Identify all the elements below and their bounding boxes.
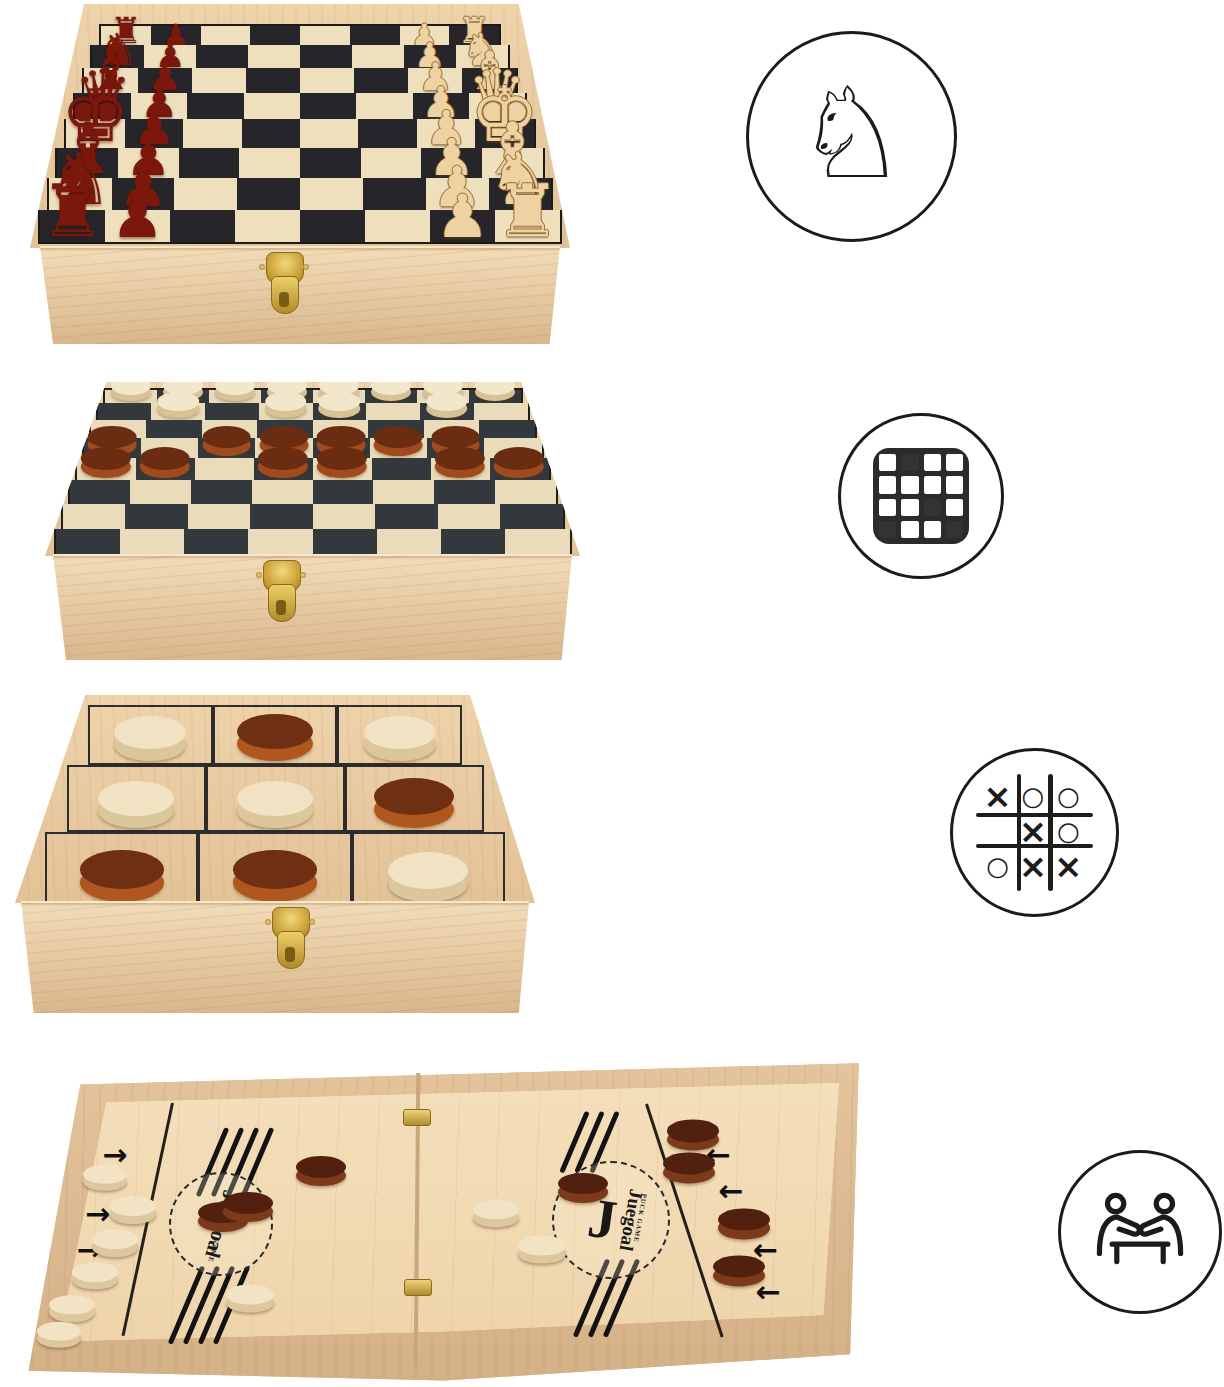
chess-square xyxy=(235,210,300,244)
chess-square xyxy=(242,119,300,147)
checkers-square xyxy=(431,458,490,480)
checkers-square xyxy=(75,458,136,480)
tictactoe-cell xyxy=(206,765,345,832)
chess-board-photo[interactable]: ♜♟♟♜♞♟♟♞♝♟♟♝♛♟♟♛♚♟♟♚♝♟♟♝♞♟♟♞♜♟♟♜ xyxy=(30,4,570,346)
white-sling-puck xyxy=(518,1235,566,1264)
chess-square xyxy=(361,148,422,178)
gold-clasp-icon xyxy=(262,252,306,316)
tictactoe-box-top xyxy=(15,695,535,903)
white-checker xyxy=(157,392,199,418)
white-puck xyxy=(237,781,313,828)
chess-square xyxy=(300,45,352,68)
chess-square xyxy=(300,119,358,147)
chess-square xyxy=(354,68,408,93)
chess-square xyxy=(300,210,365,244)
checkerboard-icon-cell xyxy=(946,499,963,516)
checkers-square xyxy=(505,529,571,556)
checkers-square xyxy=(252,480,313,504)
ttt-icon-o: ○ xyxy=(980,849,1014,883)
chess-square xyxy=(300,93,356,120)
gold-clasp-icon xyxy=(268,907,312,971)
white-checker xyxy=(426,392,468,418)
checkers-square xyxy=(103,388,157,403)
chess-square xyxy=(358,119,416,147)
white-sling-puck xyxy=(37,1321,81,1347)
white-sling-puck xyxy=(92,1229,138,1257)
checkers-square xyxy=(136,458,195,480)
chess-box-top: ♜♟♟♜♞♟♟♞♝♟♟♝♛♟♟♛♚♟♟♚♝♟♟♝♞♟♟♞♜♟♟♜ xyxy=(30,4,570,248)
tictactoe-icon: ×○○×○○×× xyxy=(950,748,1119,917)
checkerboard-icon xyxy=(838,413,1004,579)
tictactoe-cell xyxy=(337,705,462,765)
checkers-square xyxy=(474,403,530,420)
chess-square: ♟ xyxy=(430,210,495,244)
checkerboard-icon-cell xyxy=(924,499,941,516)
checkers-square xyxy=(120,529,184,556)
checkerboard-icon-cell xyxy=(924,521,941,538)
checkers-square xyxy=(500,504,565,529)
checkers-square xyxy=(54,529,120,556)
white-puck xyxy=(114,716,186,761)
ttt-icon-o: ○ xyxy=(1051,814,1085,848)
ttt-icon-o: ○ xyxy=(1051,778,1085,812)
checkers-square xyxy=(184,529,248,556)
brown-puck xyxy=(237,714,313,761)
checkerboard-icon-cell xyxy=(901,476,918,493)
checkerboard-icon-cell xyxy=(879,454,896,471)
checkers-square xyxy=(313,480,374,504)
checkers-square xyxy=(441,529,505,556)
white-checker xyxy=(371,376,411,401)
checkers-square xyxy=(191,480,252,504)
checkers-square xyxy=(495,480,558,504)
chess-piece-r: ♜ xyxy=(40,178,105,245)
checkers-square xyxy=(68,480,131,504)
checkers-square xyxy=(205,403,259,420)
checkers-square xyxy=(248,529,312,556)
tictactoe-cell xyxy=(67,765,206,832)
checkerboard-icon-cell xyxy=(924,454,941,471)
chess-square xyxy=(187,93,243,120)
checkers-square xyxy=(146,420,202,438)
brown-checker xyxy=(81,447,131,478)
tictactoe-cell xyxy=(213,705,338,765)
checkers-square xyxy=(96,403,152,420)
tictactoe-cell xyxy=(45,832,198,906)
white-checker xyxy=(215,376,255,401)
ttt-icon-x: × xyxy=(980,778,1014,812)
checkers-square xyxy=(313,403,367,420)
checkers-box-top xyxy=(45,382,580,556)
checkers-square xyxy=(434,480,495,504)
checkers-square xyxy=(188,504,251,529)
chess-piece-p: ♟ xyxy=(111,190,164,245)
checkers-square xyxy=(365,388,417,403)
checkers-square xyxy=(377,529,441,556)
checkers-square xyxy=(313,529,377,556)
chess-square xyxy=(248,45,300,68)
checkers-square xyxy=(313,458,372,480)
checkers-square xyxy=(438,504,501,529)
tictactoe-board-photo[interactable] xyxy=(15,695,535,1017)
checkerboard-icon-grid xyxy=(873,448,969,544)
chess-square: ♟ xyxy=(105,210,170,244)
tictactoe-cell xyxy=(198,832,351,906)
checkers-square xyxy=(259,403,313,420)
checkerboard-icon-cell xyxy=(879,476,896,493)
white-sling-puck xyxy=(49,1295,95,1323)
brown-sling-puck xyxy=(667,1120,719,1151)
checkerboard-icon-cell xyxy=(901,454,918,471)
white-checker xyxy=(265,392,307,418)
arrow-right-icon: → xyxy=(85,1199,110,1229)
knight-glyph: ♘ xyxy=(795,71,908,197)
chess-square xyxy=(183,119,241,147)
checkers-board-photo[interactable] xyxy=(45,382,580,662)
chess-square xyxy=(246,68,300,93)
white-sling-puck xyxy=(473,1200,519,1228)
chess-square xyxy=(179,148,240,178)
hinge-icon xyxy=(404,1279,432,1296)
chess-square xyxy=(174,178,237,210)
brown-checker xyxy=(317,447,367,478)
checkers-square xyxy=(195,458,254,480)
white-checker xyxy=(111,376,151,401)
white-sling-puck xyxy=(110,1197,156,1225)
chess-square xyxy=(352,45,404,68)
white-sling-puck xyxy=(226,1284,274,1313)
chess-square xyxy=(250,24,300,45)
checkerboard-icon-cell xyxy=(946,476,963,493)
white-sling-puck xyxy=(72,1262,118,1290)
tictactoe-icon-grid: ×○○×○○×× xyxy=(983,781,1087,885)
tictactoe-board xyxy=(15,705,535,906)
product-collage: ♜♟♟♜♞♟♟♞♝♟♟♝♛♟♟♛♚♟♟♚♝♟♟♝♞♟♟♞♜♟♟♜ ♘ xyxy=(0,0,1224,1387)
brown-sling-puck xyxy=(713,1255,765,1286)
ttt-icon-x: × xyxy=(1016,849,1050,883)
white-puck xyxy=(388,852,468,902)
checkers-square xyxy=(370,438,427,458)
tictactoe-cell xyxy=(88,705,213,765)
chess-piece-P: ♟ xyxy=(436,190,489,245)
two-players-icon xyxy=(1058,1150,1222,1314)
brown-sling-puck xyxy=(718,1208,770,1239)
checkers-square xyxy=(372,458,431,480)
chess-square: ♜ xyxy=(38,210,105,244)
brown-checker xyxy=(258,447,308,478)
brown-checker xyxy=(435,447,485,478)
brown-puck xyxy=(374,778,454,828)
checkers-square xyxy=(209,388,261,403)
checkerboard-icon-cell xyxy=(946,454,963,471)
checkers-square xyxy=(61,504,126,529)
two-players-glyph xyxy=(1082,1186,1198,1278)
checkers-square xyxy=(479,420,537,438)
tictactoe-cell xyxy=(352,832,505,906)
checkers-square xyxy=(254,458,313,480)
gold-clasp-icon xyxy=(259,560,303,624)
white-checker xyxy=(475,376,515,401)
chess-square xyxy=(356,93,412,120)
chess-square xyxy=(363,178,426,210)
brown-puck xyxy=(80,850,164,902)
chess-knight-icon: ♘ xyxy=(746,31,957,242)
white-puck xyxy=(98,781,174,828)
tictactoe-cell xyxy=(345,765,484,832)
chess-square xyxy=(239,148,300,178)
checkerboard-icon-cell xyxy=(901,499,918,516)
chess-square xyxy=(192,68,246,93)
chess-square xyxy=(196,45,248,68)
checkers-square xyxy=(250,504,313,529)
checkers-square xyxy=(151,403,205,420)
brown-checker xyxy=(140,447,190,478)
checkers-square xyxy=(469,388,523,403)
checkers-square xyxy=(490,458,551,480)
checkers-square xyxy=(125,504,188,529)
white-puck xyxy=(364,716,436,761)
brown-sling-puck xyxy=(223,1192,273,1222)
checkers-board xyxy=(45,388,580,556)
checkers-square xyxy=(366,403,420,420)
white-sling-puck xyxy=(83,1165,127,1191)
chess-square xyxy=(201,24,251,45)
checkerboard-icon-cell xyxy=(879,521,896,538)
arrow-left-icon: ← xyxy=(719,1176,744,1206)
white-checker xyxy=(319,392,361,418)
sling-puck-board-photo[interactable]: Juegoal PUCK GAME J Juegoal PUCK GAME →→… xyxy=(20,1060,882,1387)
brown-sling-puck xyxy=(663,1152,715,1183)
checkers-box-front xyxy=(53,554,572,660)
chess-square xyxy=(237,178,300,210)
ttt-icon-o: ○ xyxy=(1016,778,1050,812)
chess-board: ♜♟♟♜♞♟♟♞♝♟♟♝♛♟♟♛♚♟♟♚♝♟♟♝♞♟♟♞♜♟♟♜ xyxy=(30,24,570,244)
checkerboard-icon-cell xyxy=(924,476,941,493)
brown-checker xyxy=(374,426,423,456)
checkerboard-icon-cell xyxy=(901,521,918,538)
chess-square xyxy=(300,178,363,210)
chess-piece-R: ♜ xyxy=(495,178,560,245)
checkers-square xyxy=(420,403,474,420)
brown-checker xyxy=(202,426,251,456)
checkers-square xyxy=(198,438,255,458)
chess-square xyxy=(365,210,430,244)
brown-sling-puck xyxy=(558,1173,608,1203)
chess-square xyxy=(244,93,300,120)
ttt-icon-x: × xyxy=(1051,849,1085,883)
brown-checker xyxy=(494,447,544,478)
chess-square xyxy=(300,148,361,178)
chess-square xyxy=(300,24,350,45)
checkers-square xyxy=(130,480,191,504)
chess-square xyxy=(170,210,235,244)
checkerboard-icon-cell xyxy=(879,499,896,516)
checkers-square xyxy=(375,504,438,529)
checkers-square xyxy=(313,504,376,529)
checkers-square xyxy=(373,480,434,504)
tictactoe-box-front xyxy=(21,901,529,1013)
brown-sling-puck xyxy=(296,1156,346,1186)
chess-square xyxy=(350,24,400,45)
chess-square: ♜ xyxy=(495,210,562,244)
chess-square xyxy=(300,68,354,93)
hinge-icon xyxy=(403,1109,431,1126)
brown-puck xyxy=(233,850,317,902)
checkerboard-icon-cell xyxy=(946,521,963,538)
chess-box-front xyxy=(40,246,560,344)
ttt-icon-x: × xyxy=(1016,814,1050,848)
